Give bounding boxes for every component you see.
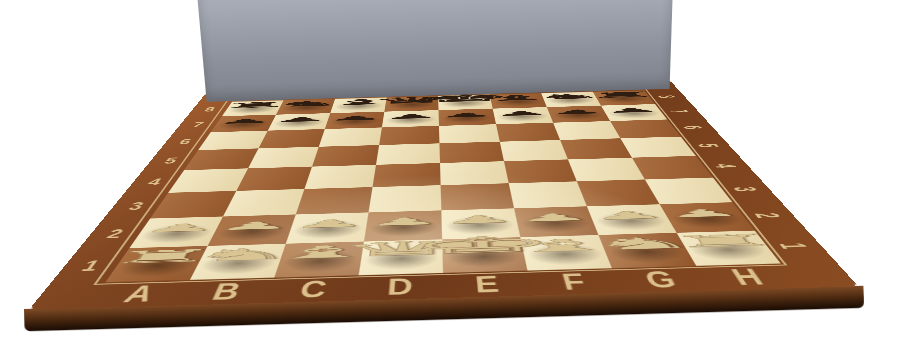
black-knight-spot: ♞ <box>541 92 601 107</box>
square-b5[interactable] <box>248 147 319 169</box>
chess-photo-scene: ABCDEFGH1122334455667788 ♜♞♝♛♚♝♞♜♟♟♟♟♟♟♟… <box>0 0 900 360</box>
square-e6[interactable] <box>439 124 500 143</box>
square-d6[interactable] <box>379 126 439 145</box>
chess-board: ABCDEFGH1122334455667788 ♜♞♝♛♚♝♞♜♟♟♟♟♟♟♟… <box>29 81 858 310</box>
square-f5[interactable] <box>500 140 568 161</box>
black-king-spot: ♚ <box>438 94 493 110</box>
square-d5[interactable] <box>376 143 440 164</box>
square-g6[interactable] <box>553 121 620 140</box>
backdrop-card <box>197 0 673 102</box>
square-e5[interactable] <box>439 142 504 163</box>
square-b6[interactable] <box>258 129 324 148</box>
black-pawn-spot: ♟ <box>601 104 667 121</box>
square-g5[interactable] <box>560 138 632 159</box>
board-front-edge <box>24 286 864 332</box>
square-f6[interactable] <box>496 123 560 142</box>
square-c6[interactable] <box>319 127 382 146</box>
square-c5[interactable] <box>312 145 379 167</box>
